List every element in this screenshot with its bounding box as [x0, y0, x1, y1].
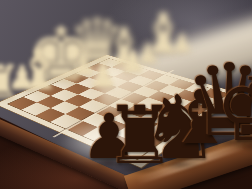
chess-set-photo: ♜♟♝♚♟♛♟♝♟♟♝♟♟♜♞♝♛♚	[0, 0, 252, 189]
dark-king-piece: ♚	[215, 63, 252, 155]
pieces-layer: ♜♟♝♚♟♛♟♝♟♟♝♟♟♜♞♝♛♚	[0, 0, 252, 189]
